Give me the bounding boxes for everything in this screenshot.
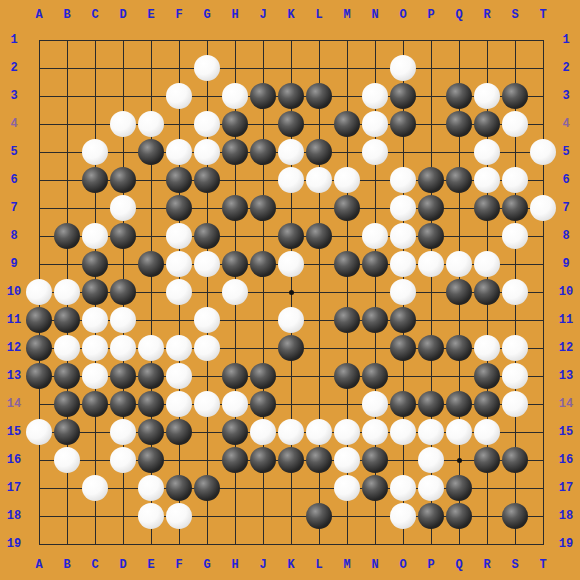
board-cell-k17[interactable] xyxy=(277,474,305,502)
board-cell-q10[interactable] xyxy=(445,278,473,306)
board-cell-m19[interactable] xyxy=(333,530,361,558)
board-cell-r5[interactable] xyxy=(473,138,501,166)
board-cell-l8[interactable] xyxy=(305,222,333,250)
board-cell-d17[interactable] xyxy=(109,474,137,502)
board-cell-k11[interactable] xyxy=(277,306,305,334)
board-cell-n2[interactable] xyxy=(361,54,389,82)
board-cell-j10[interactable] xyxy=(249,278,277,306)
board-cell-p17[interactable] xyxy=(417,474,445,502)
board-cell-a15[interactable] xyxy=(25,418,53,446)
board-cell-k1[interactable] xyxy=(277,26,305,54)
board-cell-e1[interactable] xyxy=(137,26,165,54)
board-cell-q14[interactable] xyxy=(445,390,473,418)
board-cell-h10[interactable] xyxy=(221,278,249,306)
board-cell-s11[interactable] xyxy=(501,306,529,334)
board-cell-b18[interactable] xyxy=(53,502,81,530)
board-cell-e12[interactable] xyxy=(137,334,165,362)
board-cell-c8[interactable] xyxy=(81,222,109,250)
board-cell-d11[interactable] xyxy=(109,306,137,334)
board-cell-h19[interactable] xyxy=(221,530,249,558)
board-cell-c19[interactable] xyxy=(81,530,109,558)
board-cell-s6[interactable] xyxy=(501,166,529,194)
board-cell-d4[interactable] xyxy=(109,110,137,138)
board-cell-r3[interactable] xyxy=(473,82,501,110)
board-cell-d12[interactable] xyxy=(109,334,137,362)
board-cell-n18[interactable] xyxy=(361,502,389,530)
board-cell-p14[interactable] xyxy=(417,390,445,418)
board-cell-j17[interactable] xyxy=(249,474,277,502)
board-cell-q15[interactable] xyxy=(445,418,473,446)
board-cell-o17[interactable] xyxy=(389,474,417,502)
board-cell-e6[interactable] xyxy=(137,166,165,194)
board-cell-s14[interactable] xyxy=(501,390,529,418)
board-cell-j7[interactable] xyxy=(249,194,277,222)
board-cell-q3[interactable] xyxy=(445,82,473,110)
board-cell-l9[interactable] xyxy=(305,250,333,278)
board-cell-a2[interactable] xyxy=(25,54,53,82)
board-cell-j9[interactable] xyxy=(249,250,277,278)
board-cell-h17[interactable] xyxy=(221,474,249,502)
board-cell-a4[interactable] xyxy=(25,110,53,138)
board-cell-n6[interactable] xyxy=(361,166,389,194)
board-cell-r14[interactable] xyxy=(473,390,501,418)
board-cell-g3[interactable] xyxy=(193,82,221,110)
board-cell-f4[interactable] xyxy=(165,110,193,138)
board-cell-p1[interactable] xyxy=(417,26,445,54)
board-cell-m15[interactable] xyxy=(333,418,361,446)
board-cell-e18[interactable] xyxy=(137,502,165,530)
board-cell-a1[interactable] xyxy=(25,26,53,54)
board-cell-c4[interactable] xyxy=(81,110,109,138)
board-cell-r4[interactable] xyxy=(473,110,501,138)
board-cell-j6[interactable] xyxy=(249,166,277,194)
board-cell-b7[interactable] xyxy=(53,194,81,222)
board-cell-p13[interactable] xyxy=(417,362,445,390)
board-cell-j18[interactable] xyxy=(249,502,277,530)
board-cell-n5[interactable] xyxy=(361,138,389,166)
board-cell-l12[interactable] xyxy=(305,334,333,362)
board-cell-c6[interactable] xyxy=(81,166,109,194)
board-cell-g5[interactable] xyxy=(193,138,221,166)
board-cell-l1[interactable] xyxy=(305,26,333,54)
board-cell-b15[interactable] xyxy=(53,418,81,446)
board-cell-m12[interactable] xyxy=(333,334,361,362)
board-cell-o2[interactable] xyxy=(389,54,417,82)
board-cell-b2[interactable] xyxy=(53,54,81,82)
board-cell-l3[interactable] xyxy=(305,82,333,110)
board-cell-m18[interactable] xyxy=(333,502,361,530)
board-cell-g19[interactable] xyxy=(193,530,221,558)
board-cell-k16[interactable] xyxy=(277,446,305,474)
board-cell-f8[interactable] xyxy=(165,222,193,250)
board-cell-d15[interactable] xyxy=(109,418,137,446)
board-cell-j16[interactable] xyxy=(249,446,277,474)
board-cell-a8[interactable] xyxy=(25,222,53,250)
board-cell-h1[interactable] xyxy=(221,26,249,54)
board-cell-n7[interactable] xyxy=(361,194,389,222)
board-cell-d8[interactable] xyxy=(109,222,137,250)
board-cell-j8[interactable] xyxy=(249,222,277,250)
board-cell-a9[interactable] xyxy=(25,250,53,278)
board-cell-s2[interactable] xyxy=(501,54,529,82)
board-cell-j2[interactable] xyxy=(249,54,277,82)
board-cell-f18[interactable] xyxy=(165,502,193,530)
board-cell-g15[interactable] xyxy=(193,418,221,446)
board-cell-f17[interactable] xyxy=(165,474,193,502)
board-cell-c15[interactable] xyxy=(81,418,109,446)
board-cell-s1[interactable] xyxy=(501,26,529,54)
board-cell-g11[interactable] xyxy=(193,306,221,334)
board-cell-q8[interactable] xyxy=(445,222,473,250)
board-cell-n13[interactable] xyxy=(361,362,389,390)
board-cell-o3[interactable] xyxy=(389,82,417,110)
board-cell-d16[interactable] xyxy=(109,446,137,474)
board-cell-h7[interactable] xyxy=(221,194,249,222)
board-cell-o4[interactable] xyxy=(389,110,417,138)
board-cell-k9[interactable] xyxy=(277,250,305,278)
board-cell-l5[interactable] xyxy=(305,138,333,166)
board-cell-p5[interactable] xyxy=(417,138,445,166)
board-cell-c2[interactable] xyxy=(81,54,109,82)
board-cell-h2[interactable] xyxy=(221,54,249,82)
board-cell-k4[interactable] xyxy=(277,110,305,138)
board-cell-o8[interactable] xyxy=(389,222,417,250)
board-cell-q1[interactable] xyxy=(445,26,473,54)
board-cell-j15[interactable] xyxy=(249,418,277,446)
board-cell-r17[interactable] xyxy=(473,474,501,502)
board-cell-m5[interactable] xyxy=(333,138,361,166)
board-cell-s19[interactable] xyxy=(501,530,529,558)
board-cell-d7[interactable] xyxy=(109,194,137,222)
board-cell-m8[interactable] xyxy=(333,222,361,250)
board-cell-l7[interactable] xyxy=(305,194,333,222)
board-cell-r13[interactable] xyxy=(473,362,501,390)
board-cell-j14[interactable] xyxy=(249,390,277,418)
board-cell-c14[interactable] xyxy=(81,390,109,418)
board-cell-p2[interactable] xyxy=(417,54,445,82)
board-cell-j3[interactable] xyxy=(249,82,277,110)
board-cell-m14[interactable] xyxy=(333,390,361,418)
board-cell-b5[interactable] xyxy=(53,138,81,166)
board-cell-n8[interactable] xyxy=(361,222,389,250)
board-cell-p9[interactable] xyxy=(417,250,445,278)
board-cell-r6[interactable] xyxy=(473,166,501,194)
board-cell-r9[interactable] xyxy=(473,250,501,278)
board-cell-b10[interactable] xyxy=(53,278,81,306)
board-cell-g12[interactable] xyxy=(193,334,221,362)
board-cell-b8[interactable] xyxy=(53,222,81,250)
board-cell-d14[interactable] xyxy=(109,390,137,418)
board-cell-f15[interactable] xyxy=(165,418,193,446)
board-cell-f1[interactable] xyxy=(165,26,193,54)
board-cell-s16[interactable] xyxy=(501,446,529,474)
board-cell-o16[interactable] xyxy=(389,446,417,474)
board-cell-n10[interactable] xyxy=(361,278,389,306)
board-cell-o14[interactable] xyxy=(389,390,417,418)
board-cell-h14[interactable] xyxy=(221,390,249,418)
board-cell-f3[interactable] xyxy=(165,82,193,110)
board-cell-m13[interactable] xyxy=(333,362,361,390)
board-cell-q17[interactable] xyxy=(445,474,473,502)
board-cell-k7[interactable] xyxy=(277,194,305,222)
board-cell-b13[interactable] xyxy=(53,362,81,390)
board-cell-e4[interactable] xyxy=(137,110,165,138)
board-cell-n4[interactable] xyxy=(361,110,389,138)
board-cell-j13[interactable] xyxy=(249,362,277,390)
board-cell-e17[interactable] xyxy=(137,474,165,502)
board-cell-d9[interactable] xyxy=(109,250,137,278)
board-cell-h11[interactable] xyxy=(221,306,249,334)
board-cell-f2[interactable] xyxy=(165,54,193,82)
board-cell-d3[interactable] xyxy=(109,82,137,110)
board-cell-q12[interactable] xyxy=(445,334,473,362)
board-cell-h8[interactable] xyxy=(221,222,249,250)
board-cell-o7[interactable] xyxy=(389,194,417,222)
board-cell-n9[interactable] xyxy=(361,250,389,278)
board-cell-l13[interactable] xyxy=(305,362,333,390)
board-cell-f5[interactable] xyxy=(165,138,193,166)
board-cell-r2[interactable] xyxy=(473,54,501,82)
board-cell-e9[interactable] xyxy=(137,250,165,278)
board-cell-p3[interactable] xyxy=(417,82,445,110)
board-cell-f16[interactable] xyxy=(165,446,193,474)
board-cell-c12[interactable] xyxy=(81,334,109,362)
board-cell-p7[interactable] xyxy=(417,194,445,222)
board-cell-r16[interactable] xyxy=(473,446,501,474)
board-cell-l19[interactable] xyxy=(305,530,333,558)
board-cell-k13[interactable] xyxy=(277,362,305,390)
board-cell-e14[interactable] xyxy=(137,390,165,418)
board-cell-d1[interactable] xyxy=(109,26,137,54)
board-cell-m3[interactable] xyxy=(333,82,361,110)
board-cell-e3[interactable] xyxy=(137,82,165,110)
board-cell-g10[interactable] xyxy=(193,278,221,306)
board-cell-o10[interactable] xyxy=(389,278,417,306)
board-cell-m4[interactable] xyxy=(333,110,361,138)
board-cell-k3[interactable] xyxy=(277,82,305,110)
board-cell-r11[interactable] xyxy=(473,306,501,334)
board-cell-k12[interactable] xyxy=(277,334,305,362)
board-cell-k19[interactable] xyxy=(277,530,305,558)
board-cell-o1[interactable] xyxy=(389,26,417,54)
board-cell-f7[interactable] xyxy=(165,194,193,222)
board-cell-r10[interactable] xyxy=(473,278,501,306)
board-cell-j1[interactable] xyxy=(249,26,277,54)
board-cell-b9[interactable] xyxy=(53,250,81,278)
board-cell-n1[interactable] xyxy=(361,26,389,54)
board-cell-a17[interactable] xyxy=(25,474,53,502)
board-cell-c11[interactable] xyxy=(81,306,109,334)
board-cell-a13[interactable] xyxy=(25,362,53,390)
board-cell-o12[interactable] xyxy=(389,334,417,362)
board-cell-d19[interactable] xyxy=(109,530,137,558)
board-cell-p10[interactable] xyxy=(417,278,445,306)
board-cell-a3[interactable] xyxy=(25,82,53,110)
board-cell-h6[interactable] xyxy=(221,166,249,194)
board-cell-b17[interactable] xyxy=(53,474,81,502)
board-cell-q6[interactable] xyxy=(445,166,473,194)
board-cell-g14[interactable] xyxy=(193,390,221,418)
board-cell-m10[interactable] xyxy=(333,278,361,306)
board-cell-h13[interactable] xyxy=(221,362,249,390)
board-cell-a19[interactable] xyxy=(25,530,53,558)
board-cell-h3[interactable] xyxy=(221,82,249,110)
board-cell-c5[interactable] xyxy=(81,138,109,166)
board-cell-b6[interactable] xyxy=(53,166,81,194)
board-cell-j19[interactable] xyxy=(249,530,277,558)
board-cell-j5[interactable] xyxy=(249,138,277,166)
board-cell-r19[interactable] xyxy=(473,530,501,558)
board-cell-o18[interactable] xyxy=(389,502,417,530)
board-cell-l6[interactable] xyxy=(305,166,333,194)
board-cell-e11[interactable] xyxy=(137,306,165,334)
board-cell-d18[interactable] xyxy=(109,502,137,530)
board-cell-n11[interactable] xyxy=(361,306,389,334)
board-cell-n3[interactable] xyxy=(361,82,389,110)
board-cell-n16[interactable] xyxy=(361,446,389,474)
board-cell-f10[interactable] xyxy=(165,278,193,306)
board-cell-m6[interactable] xyxy=(333,166,361,194)
board-cell-q5[interactable] xyxy=(445,138,473,166)
board-cell-q9[interactable] xyxy=(445,250,473,278)
board-cell-s3[interactable] xyxy=(501,82,529,110)
board-cell-f14[interactable] xyxy=(165,390,193,418)
board-cell-q4[interactable] xyxy=(445,110,473,138)
board-cell-s15[interactable] xyxy=(501,418,529,446)
board-cell-q7[interactable] xyxy=(445,194,473,222)
board-cell-o13[interactable] xyxy=(389,362,417,390)
board-cell-q16[interactable] xyxy=(445,446,473,474)
board-cell-m9[interactable] xyxy=(333,250,361,278)
board-cell-c17[interactable] xyxy=(81,474,109,502)
board-cell-s5[interactable] xyxy=(501,138,529,166)
board-cell-r12[interactable] xyxy=(473,334,501,362)
board-cell-a12[interactable] xyxy=(25,334,53,362)
board-cell-h5[interactable] xyxy=(221,138,249,166)
board-cell-o19[interactable] xyxy=(389,530,417,558)
board-cell-a18[interactable] xyxy=(25,502,53,530)
board-cell-a14[interactable] xyxy=(25,390,53,418)
board-cell-l11[interactable] xyxy=(305,306,333,334)
board-cell-s8[interactable] xyxy=(501,222,529,250)
board-cell-c16[interactable] xyxy=(81,446,109,474)
board-cell-g7[interactable] xyxy=(193,194,221,222)
board-cell-g17[interactable] xyxy=(193,474,221,502)
board-cell-q11[interactable] xyxy=(445,306,473,334)
board-cell-f6[interactable] xyxy=(165,166,193,194)
board-cell-q13[interactable] xyxy=(445,362,473,390)
board-cell-s12[interactable] xyxy=(501,334,529,362)
board-cell-k14[interactable] xyxy=(277,390,305,418)
board-cell-s4[interactable] xyxy=(501,110,529,138)
board-cell-l16[interactable] xyxy=(305,446,333,474)
board-cell-s7[interactable] xyxy=(501,194,529,222)
board-cell-m7[interactable] xyxy=(333,194,361,222)
board-cell-j12[interactable] xyxy=(249,334,277,362)
board-cell-m11[interactable] xyxy=(333,306,361,334)
board-cell-b11[interactable] xyxy=(53,306,81,334)
board-cell-c7[interactable] xyxy=(81,194,109,222)
board-cell-g2[interactable] xyxy=(193,54,221,82)
board-cell-b19[interactable] xyxy=(53,530,81,558)
board-cell-c3[interactable] xyxy=(81,82,109,110)
board-cell-g1[interactable] xyxy=(193,26,221,54)
board-cell-o6[interactable] xyxy=(389,166,417,194)
board-cell-f12[interactable] xyxy=(165,334,193,362)
board-cell-o15[interactable] xyxy=(389,418,417,446)
board-cell-p15[interactable] xyxy=(417,418,445,446)
board-cell-a16[interactable] xyxy=(25,446,53,474)
board-cell-o9[interactable] xyxy=(389,250,417,278)
board-cell-n19[interactable] xyxy=(361,530,389,558)
board-cell-d5[interactable] xyxy=(109,138,137,166)
board-cell-f13[interactable] xyxy=(165,362,193,390)
board-cell-s17[interactable] xyxy=(501,474,529,502)
board-cell-d6[interactable] xyxy=(109,166,137,194)
board-cell-e2[interactable] xyxy=(137,54,165,82)
board-cell-p6[interactable] xyxy=(417,166,445,194)
board-cell-a10[interactable] xyxy=(25,278,53,306)
board-cell-c13[interactable] xyxy=(81,362,109,390)
board-cell-b12[interactable] xyxy=(53,334,81,362)
board-cell-o5[interactable] xyxy=(389,138,417,166)
board-cell-r18[interactable] xyxy=(473,502,501,530)
board-cell-a6[interactable] xyxy=(25,166,53,194)
board-cell-b1[interactable] xyxy=(53,26,81,54)
board-cell-p8[interactable] xyxy=(417,222,445,250)
board-cell-h4[interactable] xyxy=(221,110,249,138)
board-cell-k2[interactable] xyxy=(277,54,305,82)
board-cell-c1[interactable] xyxy=(81,26,109,54)
board-cell-h18[interactable] xyxy=(221,502,249,530)
board-cell-l2[interactable] xyxy=(305,54,333,82)
board-cell-k6[interactable] xyxy=(277,166,305,194)
board-cell-e7[interactable] xyxy=(137,194,165,222)
board-cell-d10[interactable] xyxy=(109,278,137,306)
board-cell-k8[interactable] xyxy=(277,222,305,250)
board-cell-m16[interactable] xyxy=(333,446,361,474)
board-cell-b3[interactable] xyxy=(53,82,81,110)
board-cell-m17[interactable] xyxy=(333,474,361,502)
board-cell-l10[interactable] xyxy=(305,278,333,306)
board-cell-e19[interactable] xyxy=(137,530,165,558)
board-cell-r15[interactable] xyxy=(473,418,501,446)
board-cell-b16[interactable] xyxy=(53,446,81,474)
board-cell-o11[interactable] xyxy=(389,306,417,334)
board-cell-l14[interactable] xyxy=(305,390,333,418)
board-cell-l18[interactable] xyxy=(305,502,333,530)
board-cell-q19[interactable] xyxy=(445,530,473,558)
board-cell-k15[interactable] xyxy=(277,418,305,446)
board-cell-p12[interactable] xyxy=(417,334,445,362)
board-cell-b4[interactable] xyxy=(53,110,81,138)
board-cell-s10[interactable] xyxy=(501,278,529,306)
board-cell-s13[interactable] xyxy=(501,362,529,390)
board-cell-m2[interactable] xyxy=(333,54,361,82)
board-cell-e10[interactable] xyxy=(137,278,165,306)
board-cell-l15[interactable] xyxy=(305,418,333,446)
board-cell-g4[interactable] xyxy=(193,110,221,138)
board-cell-f11[interactable] xyxy=(165,306,193,334)
board-cell-e5[interactable] xyxy=(137,138,165,166)
board-cell-p19[interactable] xyxy=(417,530,445,558)
board-cell-g18[interactable] xyxy=(193,502,221,530)
board-cell-h12[interactable] xyxy=(221,334,249,362)
board-cell-g8[interactable] xyxy=(193,222,221,250)
board-cell-e8[interactable] xyxy=(137,222,165,250)
board-cell-c10[interactable] xyxy=(81,278,109,306)
board-cell-a11[interactable] xyxy=(25,306,53,334)
